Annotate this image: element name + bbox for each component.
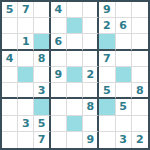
sudoku-cell-r5c8[interactable]: [116, 67, 132, 83]
sudoku-cell-r8c2[interactable]: 3: [18, 116, 34, 132]
sudoku-cell-r1c6[interactable]: [83, 2, 99, 18]
sudoku-cell-r1c9[interactable]: [132, 2, 148, 18]
given-digit: 2: [86, 68, 94, 79]
given-digit: 1: [22, 36, 30, 47]
given-digit: 3: [119, 134, 127, 145]
sudoku-cell-r9c2[interactable]: [18, 132, 34, 148]
given-digit: 5: [103, 84, 111, 95]
given-digit: 2: [136, 134, 144, 145]
sudoku-cell-r8c9[interactable]: [132, 116, 148, 132]
given-digit: 4: [6, 52, 14, 63]
sudoku-cell-r4c8[interactable]: [116, 51, 132, 67]
sudoku-cell-r2c9[interactable]: [132, 18, 148, 34]
sudoku-cell-r3c2[interactable]: 1: [18, 34, 34, 50]
sudoku-cell-r2c6[interactable]: [83, 18, 99, 34]
given-digit: 6: [119, 20, 127, 31]
sudoku-cell-r1c8[interactable]: [116, 2, 132, 18]
sudoku-cell-r2c7[interactable]: 2: [99, 18, 115, 34]
given-digit: 9: [86, 134, 94, 145]
sudoku-cell-r4c3[interactable]: 8: [34, 51, 50, 67]
sudoku-cell-r6c8[interactable]: [116, 83, 132, 99]
sudoku-cell-r1c1[interactable]: 5: [2, 2, 18, 18]
sudoku-cell-r6c5[interactable]: [67, 83, 83, 99]
sudoku-cell-r8c7[interactable]: [99, 116, 115, 132]
sudoku-cell-r6c6[interactable]: [83, 83, 99, 99]
sudoku-cell-r5c3[interactable]: [34, 67, 50, 83]
sudoku-cell-r2c5[interactable]: [67, 18, 83, 34]
given-digit: 5: [119, 101, 127, 112]
sudoku-cell-r4c4[interactable]: [51, 51, 67, 67]
sudoku-cell-r3c7[interactable]: [99, 34, 115, 50]
sudoku-cell-r8c4[interactable]: [51, 116, 67, 132]
sudoku-cell-r3c3[interactable]: [34, 34, 50, 50]
given-digit: 5: [38, 117, 46, 128]
sudoku-cell-r5c1[interactable]: [2, 67, 18, 83]
sudoku-cell-r9c7[interactable]: [99, 132, 115, 148]
sudoku-cell-r2c8[interactable]: 6: [116, 18, 132, 34]
sudoku-cell-r5c2[interactable]: [18, 67, 34, 83]
sudoku-cell-r3c4[interactable]: 6: [51, 34, 67, 50]
sudoku-cell-r4c2[interactable]: [18, 51, 34, 67]
sudoku-cell-r7c8[interactable]: 5: [116, 99, 132, 115]
given-digit: 7: [38, 134, 46, 145]
sudoku-cell-r4c7[interactable]: 7: [99, 51, 115, 67]
sudoku-cell-r2c1[interactable]: [2, 18, 18, 34]
sudoku-cell-r9c6[interactable]: 9: [83, 132, 99, 148]
sudoku-cell-r4c6[interactable]: [83, 51, 99, 67]
sudoku-cell-r7c7[interactable]: [99, 99, 115, 115]
given-digit: 8: [86, 101, 94, 112]
sudoku-cell-r7c4[interactable]: [51, 99, 67, 115]
sudoku-cell-r9c1[interactable]: [2, 132, 18, 148]
sudoku-cell-r7c6[interactable]: 8: [83, 99, 99, 115]
sudoku-cell-r4c5[interactable]: [67, 51, 83, 67]
sudoku-cell-r7c5[interactable]: [67, 99, 83, 115]
sudoku-cell-r3c8[interactable]: [116, 34, 132, 50]
sudoku-cell-r9c8[interactable]: 3: [116, 132, 132, 148]
sudoku-cell-r1c5[interactable]: [67, 2, 83, 18]
sudoku-cell-r4c9[interactable]: [132, 51, 148, 67]
given-digit: 4: [54, 4, 62, 15]
sudoku-cell-r3c6[interactable]: [83, 34, 99, 50]
sudoku-cell-r2c2[interactable]: [18, 18, 34, 34]
sudoku-cell-r6c9[interactable]: 8: [132, 83, 148, 99]
sudoku-cell-r2c3[interactable]: [34, 18, 50, 34]
sudoku-cell-r5c5[interactable]: [67, 67, 83, 83]
sudoku-cell-r7c2[interactable]: [18, 99, 34, 115]
sudoku-cell-r1c4[interactable]: 4: [51, 2, 67, 18]
sudoku-cell-r5c9[interactable]: [132, 67, 148, 83]
sudoku-cell-r8c1[interactable]: [2, 116, 18, 132]
sudoku-cell-r7c1[interactable]: [2, 99, 18, 115]
sudoku-cell-r6c1[interactable]: [2, 83, 18, 99]
sudoku-cell-r8c8[interactable]: [116, 116, 132, 132]
sudoku-cell-r6c4[interactable]: [51, 83, 67, 99]
given-digit: 9: [103, 4, 111, 15]
sudoku-cell-r7c9[interactable]: [132, 99, 148, 115]
sudoku-cell-r3c9[interactable]: [132, 34, 148, 50]
given-digit: 7: [22, 4, 30, 15]
sudoku-cell-r8c3[interactable]: 5: [34, 116, 50, 132]
sudoku-cell-r5c4[interactable]: 9: [51, 67, 67, 83]
sudoku-cell-r6c7[interactable]: 5: [99, 83, 115, 99]
sudoku-cell-r5c7[interactable]: [99, 67, 115, 83]
sudoku-cell-r5c6[interactable]: 2: [83, 67, 99, 83]
sudoku-cell-r1c7[interactable]: 9: [99, 2, 115, 18]
sudoku-cell-r3c5[interactable]: [67, 34, 83, 50]
sudoku-cell-r6c2[interactable]: [18, 83, 34, 99]
given-digit: 2: [103, 20, 111, 31]
given-digit: 5: [6, 4, 14, 15]
sudoku-cell-r7c3[interactable]: [34, 99, 50, 115]
sudoku-cell-r9c5[interactable]: [67, 132, 83, 148]
sudoku-cell-r6c3[interactable]: 3: [34, 83, 50, 99]
sudoku-cell-r9c4[interactable]: [51, 132, 67, 148]
sudoku-cell-r8c5[interactable]: [67, 116, 83, 132]
sudoku-cell-r9c9[interactable]: 2: [132, 132, 148, 148]
given-digit: 9: [54, 68, 62, 79]
sudoku-cell-r9c3[interactable]: 7: [34, 132, 50, 148]
sudoku-cell-r1c3[interactable]: [34, 2, 50, 18]
sudoku-cell-r2c4[interactable]: [51, 18, 67, 34]
sudoku-board: 574926164879235885357932: [0, 0, 150, 150]
given-digit: 8: [38, 52, 46, 63]
sudoku-cell-r3c1[interactable]: [2, 34, 18, 50]
given-digit: 3: [38, 84, 46, 95]
sudoku-cell-r4c1[interactable]: 4: [2, 51, 18, 67]
given-digit: 8: [136, 84, 144, 95]
given-digit: 6: [54, 36, 62, 47]
sudoku-cell-r8c6[interactable]: [83, 116, 99, 132]
sudoku-cell-r1c2[interactable]: 7: [18, 2, 34, 18]
given-digit: 7: [103, 52, 111, 63]
given-digit: 3: [22, 117, 30, 128]
